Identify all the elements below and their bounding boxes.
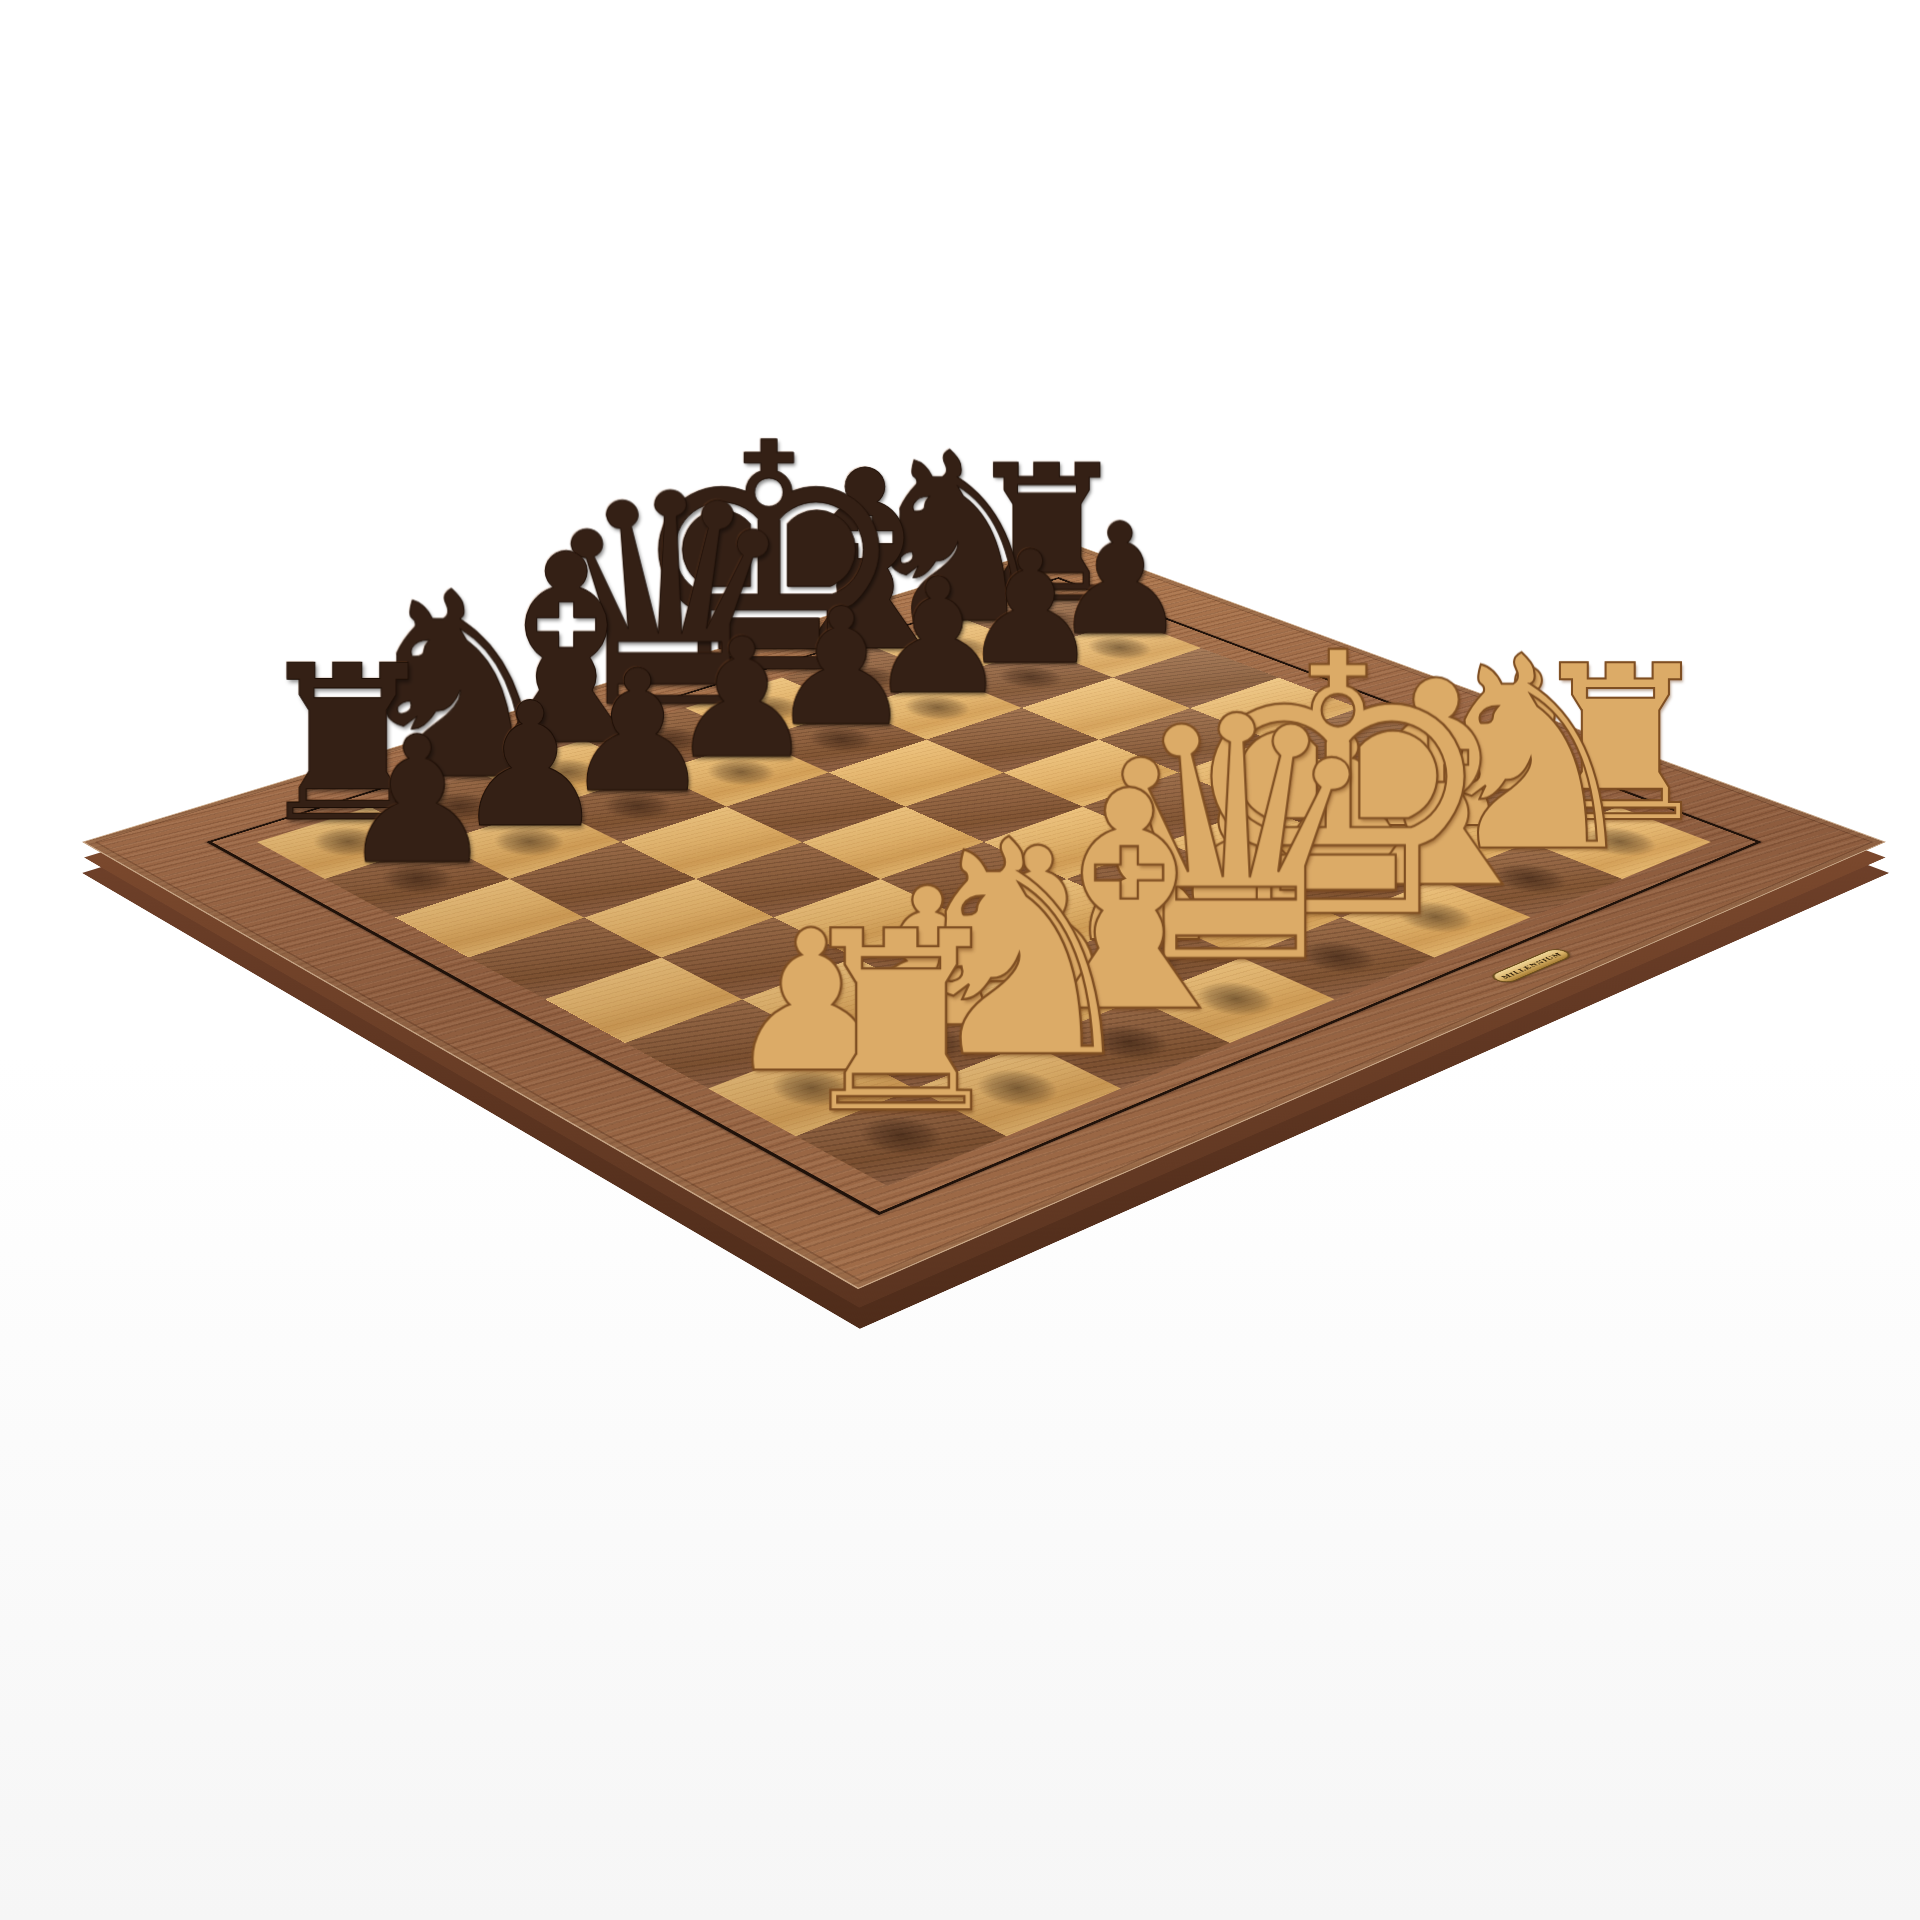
perspective-scene: ♜♟♟♜♞♟♟♞♝♟♟♝♚♟♟♚♛♟♟♛♝♟♟♝♞♟♟♞♜♟♟♜ MILLENN… [0,0,1920,1920]
chessboard-product-photo: ♜♟♟♜♞♟♟♞♝♟♟♝♚♟♟♚♛♟♟♛♝♟♟♝♞♟♟♞♜♟♟♜ MILLENN… [0,0,1920,1920]
white-rook-a1[interactable]: ♜ [789,898,1013,1148]
chess-board: ♜♟♟♜♞♟♟♞♝♟♟♝♚♟♟♚♛♟♟♛♝♟♟♝♞♟♟♞♜♟♟♜ MILLENN… [82,542,1887,1289]
black-pawn-a7[interactable]: ♟ [339,714,496,889]
